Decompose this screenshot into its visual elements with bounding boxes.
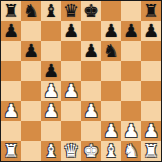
square-f4[interactable] [101,81,121,101]
square-a7[interactable]: ♟ [1,21,21,41]
piece-white-rook[interactable]: ♜ [3,141,19,161]
piece-white-bishop[interactable]: ♝ [43,141,59,161]
square-c6[interactable] [41,41,61,61]
square-h4[interactable] [141,81,161,101]
piece-white-queen[interactable]: ♛ [63,141,79,161]
piece-black-rook[interactable]: ♜ [143,1,159,21]
square-g1[interactable]: ♞ [121,141,141,161]
square-d5[interactable] [61,61,81,81]
square-e6[interactable]: ♟ [81,41,101,61]
square-d7[interactable]: ♟ [61,21,81,41]
chess-board: ♜♞♝♛♚♜♟♟♟♟♟♟♟♞♟♟♟♟♟♟♟♟♟♜♝♛♚♝♞♜ [0,0,162,162]
square-d3[interactable] [61,101,81,121]
piece-black-pawn[interactable]: ♟ [23,41,39,61]
square-b8[interactable]: ♞ [21,1,41,21]
square-b7[interactable] [21,21,41,41]
piece-white-king[interactable]: ♚ [83,141,99,161]
square-f8[interactable] [101,1,121,21]
piece-white-pawn[interactable]: ♟ [103,121,119,141]
square-h8[interactable]: ♜ [141,1,161,21]
square-b3[interactable] [21,101,41,121]
square-e1[interactable]: ♚ [81,141,101,161]
square-g6[interactable] [121,41,141,61]
square-e5[interactable] [81,61,101,81]
square-g7[interactable]: ♟ [121,21,141,41]
square-e8[interactable]: ♚ [81,1,101,21]
square-g5[interactable] [121,61,141,81]
piece-black-pawn[interactable]: ♟ [123,21,139,41]
square-f7[interactable]: ♟ [101,21,121,41]
square-e7[interactable] [81,21,101,41]
piece-black-knight[interactable]: ♞ [23,1,39,21]
piece-black-rook[interactable]: ♜ [3,1,19,21]
square-d2[interactable] [61,121,81,141]
piece-black-pawn[interactable]: ♟ [103,21,119,41]
square-d1[interactable]: ♛ [61,141,81,161]
chess-board-container: ♜♞♝♛♚♜♟♟♟♟♟♟♟♞♟♟♟♟♟♟♟♟♟♜♝♛♚♝♞♜ [0,0,162,162]
square-f3[interactable] [101,101,121,121]
square-g2[interactable]: ♟ [121,121,141,141]
piece-black-pawn[interactable]: ♟ [3,21,19,41]
square-g4[interactable] [121,81,141,101]
square-c5[interactable]: ♟ [41,61,61,81]
square-a3[interactable]: ♟ [1,101,21,121]
square-f1[interactable]: ♝ [101,141,121,161]
piece-white-pawn[interactable]: ♟ [3,101,19,121]
square-g3[interactable] [121,101,141,121]
piece-black-bishop[interactable]: ♝ [43,1,59,21]
square-g8[interactable] [121,1,141,21]
square-d4[interactable]: ♟ [61,81,81,101]
square-c3[interactable]: ♟ [41,101,61,121]
square-a1[interactable]: ♜ [1,141,21,161]
square-a4[interactable] [1,81,21,101]
square-f2[interactable]: ♟ [101,121,121,141]
piece-white-pawn[interactable]: ♟ [123,121,139,141]
square-c2[interactable] [41,121,61,141]
square-d6[interactable] [61,41,81,61]
piece-white-pawn[interactable]: ♟ [43,101,59,121]
square-c4[interactable]: ♟ [41,81,61,101]
piece-black-pawn[interactable]: ♟ [83,41,99,61]
piece-black-pawn[interactable]: ♟ [43,61,59,81]
square-c8[interactable]: ♝ [41,1,61,21]
square-b2[interactable] [21,121,41,141]
square-b6[interactable]: ♟ [21,41,41,61]
piece-black-pawn[interactable]: ♟ [63,21,79,41]
piece-black-king[interactable]: ♚ [83,1,99,21]
piece-white-pawn[interactable]: ♟ [143,121,159,141]
square-b4[interactable] [21,81,41,101]
square-a5[interactable] [1,61,21,81]
square-b5[interactable] [21,61,41,81]
square-c7[interactable] [41,21,61,41]
square-h6[interactable] [141,41,161,61]
square-h2[interactable]: ♟ [141,121,161,141]
square-e2[interactable] [81,121,101,141]
square-e4[interactable] [81,81,101,101]
piece-white-pawn[interactable]: ♟ [83,101,99,121]
piece-white-rook[interactable]: ♜ [143,141,159,161]
square-a2[interactable] [1,121,21,141]
square-a8[interactable]: ♜ [1,1,21,21]
square-a6[interactable] [1,41,21,61]
square-b1[interactable] [21,141,41,161]
square-h7[interactable]: ♟ [141,21,161,41]
piece-white-pawn[interactable]: ♟ [63,81,79,101]
square-e3[interactable]: ♟ [81,101,101,121]
piece-white-knight[interactable]: ♞ [123,141,139,161]
square-c1[interactable]: ♝ [41,141,61,161]
square-d8[interactable]: ♛ [61,1,81,21]
piece-black-queen[interactable]: ♛ [63,1,79,21]
piece-black-pawn[interactable]: ♟ [143,21,159,41]
square-h1[interactable]: ♜ [141,141,161,161]
square-h3[interactable] [141,101,161,121]
piece-white-bishop[interactable]: ♝ [103,141,119,161]
piece-black-knight[interactable]: ♞ [103,41,119,61]
piece-white-pawn[interactable]: ♟ [43,81,59,101]
square-f6[interactable]: ♞ [101,41,121,61]
square-h5[interactable] [141,61,161,81]
square-f5[interactable] [101,61,121,81]
